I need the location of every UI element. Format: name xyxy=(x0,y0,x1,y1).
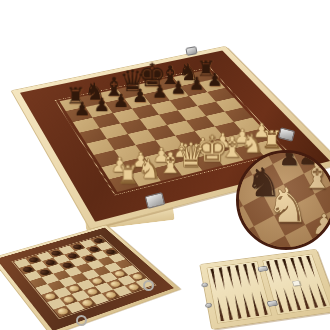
backgammon-point xyxy=(281,287,293,311)
closeup-vignette xyxy=(239,153,330,247)
backgammon-point xyxy=(232,294,243,319)
backgammon-point xyxy=(265,261,276,284)
backgammon-point xyxy=(305,256,318,278)
checkers-maroon-border xyxy=(0,228,174,330)
backgammon-point xyxy=(289,258,301,280)
black-pawn: ♟ xyxy=(207,71,223,89)
latch-ring-icon xyxy=(143,280,154,291)
square-e5 xyxy=(159,110,187,125)
backgammon-point xyxy=(298,285,311,309)
backgammon-point xyxy=(241,293,252,318)
backgammon-clasp-icon xyxy=(201,282,208,287)
black-pawn: ♟ xyxy=(74,100,91,119)
black-pawn: ♟ xyxy=(132,87,149,105)
checkers-square xyxy=(111,269,129,279)
dark-checker xyxy=(61,262,74,270)
backgammon-point xyxy=(314,283,327,307)
backgammon-point xyxy=(273,260,285,283)
latch-ring-icon xyxy=(76,315,87,326)
backgammon-point xyxy=(242,264,253,287)
black-pawn: ♟ xyxy=(189,75,205,93)
backgammon-point xyxy=(249,292,260,317)
square-g4 xyxy=(206,112,234,127)
light-checker xyxy=(113,270,127,278)
black-pawn: ♟ xyxy=(151,83,167,101)
checkers-board xyxy=(0,225,179,330)
backgammon-point xyxy=(223,295,234,320)
white-rook: ♜ xyxy=(116,163,139,188)
checkers-square xyxy=(31,261,48,271)
die-icon xyxy=(292,280,301,286)
backgammon-point xyxy=(297,257,309,279)
backgammon-point xyxy=(215,296,225,321)
backgammon-point xyxy=(234,265,244,288)
backgammon-point xyxy=(209,268,219,291)
backgammon-point xyxy=(290,286,303,310)
black-pawn: ♟ xyxy=(93,95,110,114)
light-checker xyxy=(108,280,122,288)
backgammon-point xyxy=(226,266,236,289)
backgammon-board xyxy=(200,250,330,329)
backgammon-points-left-bottom xyxy=(215,290,269,321)
backgammon-point xyxy=(218,267,228,290)
product-photo-3in1-game-set: ♜♞♝♛♚♝♞♜♟♟♟♟♟♟♟♟♟♟♟♟♟♟♟♟♜♞♝♛♚♝♞♜ ♟♟♞♝♞♟ xyxy=(0,0,330,330)
white-knight: ♞ xyxy=(137,155,161,182)
backgammon-points-right-bottom xyxy=(273,283,328,313)
checkers-square xyxy=(65,267,82,277)
backgammon-points-right-top xyxy=(265,256,318,284)
backgammon-frame xyxy=(200,250,330,329)
black-pawn: ♟ xyxy=(113,91,130,110)
backgammon-points-left-top xyxy=(209,263,261,292)
light-checker xyxy=(127,283,141,291)
closeup-inset-circle: ♟♟♞♝♞♟ xyxy=(236,150,330,250)
black-pawn: ♟ xyxy=(170,79,186,97)
backgammon-point xyxy=(281,259,293,282)
square-e4 xyxy=(167,121,195,136)
checkers-squares xyxy=(14,236,154,317)
backgammon-point xyxy=(306,284,319,308)
backgammon-clasp-icon xyxy=(205,303,213,309)
checkers-outer-frame xyxy=(0,225,179,330)
